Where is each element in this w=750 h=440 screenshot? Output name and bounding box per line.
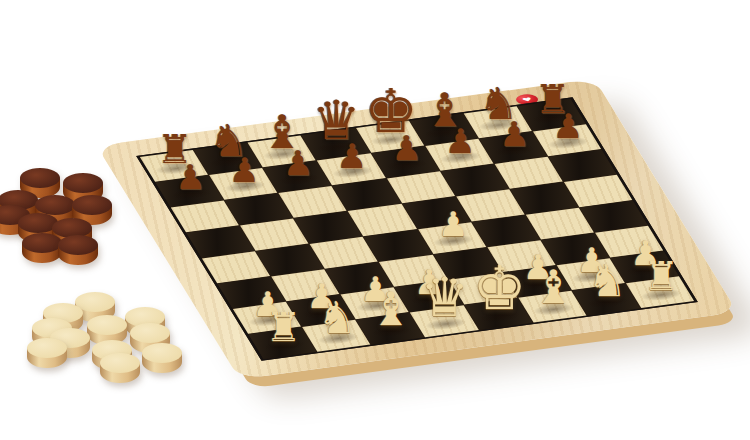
draughts-piece-dark[interactable]: [58, 235, 98, 265]
draughts-piece-top: [87, 315, 127, 335]
draughts-piece-top: [130, 323, 170, 343]
draughts-piece-top: [63, 173, 103, 193]
draughts-piece-top: [22, 233, 62, 253]
draughts-piece-top: [142, 343, 182, 363]
draughts-piece-top: [35, 195, 75, 215]
piece-dark-pawn-d7[interactable]: ♟: [325, 140, 380, 171]
piece-dark-pawn-e7[interactable]: ♟: [379, 133, 434, 164]
draughts-piece-top: [20, 168, 60, 188]
draughts-piece-top: [58, 235, 98, 255]
piece-dark-pawn-g7[interactable]: ♟: [487, 119, 542, 150]
piece-dark-pawn-a7[interactable]: ♟: [163, 162, 218, 193]
piece-light-queen-d1[interactable]: ♛: [418, 274, 473, 323]
board-grid: ♜♞♝♛♚♝♞♜♟♟♟♟♟♟♟♟♟♟♟♟♟♟♟♟♜♞♝♛♚♝♞♜: [136, 97, 698, 360]
piece-dark-pawn-b7[interactable]: ♟: [217, 155, 272, 186]
piece-light-bishop-f1[interactable]: ♝: [526, 267, 581, 308]
piece-light-bishop-c1[interactable]: ♝: [364, 289, 419, 330]
draughts-piece-light[interactable]: [142, 343, 182, 373]
draughts-piece-top: [72, 195, 112, 215]
product-photo-stage: ♥ ♜♞♝♛♚♝♞♜♟♟♟♟♟♟♟♟♟♟♟♟♟♟♟♟♜♞♝♛♚♝♞♜: [0, 0, 750, 440]
draughts-piece-top: [100, 353, 140, 373]
piece-dark-pawn-c7[interactable]: ♟: [271, 148, 326, 179]
chessboard: ♥ ♜♞♝♛♚♝♞♜♟♟♟♟♟♟♟♟♟♟♟♟♟♟♟♟♜♞♝♛♚♝♞♜: [97, 79, 738, 379]
piece-light-rook-h1[interactable]: ♜: [633, 258, 688, 294]
draughts-piece-light[interactable]: [27, 338, 67, 368]
piece-light-king-e1[interactable]: ♚: [472, 262, 527, 316]
piece-light-knight-g1[interactable]: ♞: [579, 261, 634, 301]
draughts-piece-top: [27, 338, 67, 358]
piece-dark-pawn-h7[interactable]: ♟: [540, 111, 595, 142]
draughts-piece-light[interactable]: [100, 353, 140, 383]
draughts-piece-dark[interactable]: [22, 233, 62, 263]
piece-light-pawn-e4[interactable]: ♟: [425, 209, 480, 240]
piece-dark-pawn-f7[interactable]: ♟: [433, 126, 488, 157]
piece-light-knight-b1[interactable]: ♞: [310, 298, 365, 338]
